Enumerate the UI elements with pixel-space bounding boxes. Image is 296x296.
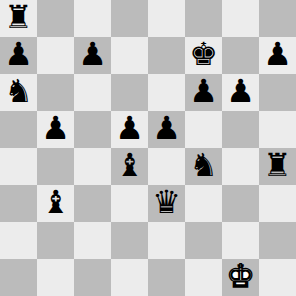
square-d2[interactable] [111, 222, 148, 259]
square-c8[interactable] [74, 0, 111, 37]
piece-black-rook[interactable]: ♜ [4, 0, 33, 36]
square-d6[interactable] [111, 74, 148, 111]
piece-black-knight[interactable]: ♞ [4, 73, 33, 110]
square-b7[interactable] [37, 37, 74, 74]
square-c2[interactable] [74, 222, 111, 259]
piece-black-queen[interactable]: ♛ [152, 184, 181, 221]
piece-black-bishop[interactable]: ♝ [115, 147, 144, 184]
square-g4[interactable] [222, 148, 259, 185]
piece-white-king[interactable]: ♚ [226, 258, 255, 295]
square-f4[interactable]: ♞ [185, 148, 222, 185]
square-d7[interactable] [111, 37, 148, 74]
square-e3[interactable]: ♛ [148, 185, 185, 222]
square-h5[interactable] [259, 111, 296, 148]
piece-black-pawn[interactable]: ♟ [115, 110, 144, 147]
square-g1[interactable]: ♚ [222, 259, 259, 296]
square-a3[interactable] [0, 185, 37, 222]
square-f7[interactable]: ♚ [185, 37, 222, 74]
square-f8[interactable] [185, 0, 222, 37]
piece-black-pawn[interactable]: ♟ [78, 36, 107, 73]
square-d4[interactable]: ♝ [111, 148, 148, 185]
square-a5[interactable] [0, 111, 37, 148]
piece-black-pawn[interactable]: ♟ [41, 110, 70, 147]
square-a4[interactable] [0, 148, 37, 185]
square-g8[interactable] [222, 0, 259, 37]
square-d5[interactable]: ♟ [111, 111, 148, 148]
square-h3[interactable] [259, 185, 296, 222]
piece-black-pawn[interactable]: ♟ [152, 110, 181, 147]
square-b1[interactable] [37, 259, 74, 296]
square-f5[interactable] [185, 111, 222, 148]
square-b3[interactable]: ♝ [37, 185, 74, 222]
square-h1[interactable] [259, 259, 296, 296]
square-g7[interactable] [222, 37, 259, 74]
square-g3[interactable] [222, 185, 259, 222]
square-e5[interactable]: ♟ [148, 111, 185, 148]
square-g6[interactable]: ♟ [222, 74, 259, 111]
square-g2[interactable] [222, 222, 259, 259]
square-c1[interactable] [74, 259, 111, 296]
square-e7[interactable] [148, 37, 185, 74]
square-d8[interactable] [111, 0, 148, 37]
square-a1[interactable] [0, 259, 37, 296]
square-c5[interactable] [74, 111, 111, 148]
square-e1[interactable] [148, 259, 185, 296]
square-e6[interactable] [148, 74, 185, 111]
square-f1[interactable] [185, 259, 222, 296]
square-h2[interactable] [259, 222, 296, 259]
piece-black-rook[interactable]: ♜ [263, 147, 292, 184]
square-e8[interactable] [148, 0, 185, 37]
square-h8[interactable] [259, 0, 296, 37]
piece-black-bishop[interactable]: ♝ [41, 184, 70, 221]
piece-black-pawn[interactable]: ♟ [4, 36, 33, 73]
square-b6[interactable] [37, 74, 74, 111]
square-f6[interactable]: ♟ [185, 74, 222, 111]
square-d1[interactable] [111, 259, 148, 296]
square-b4[interactable] [37, 148, 74, 185]
piece-black-pawn[interactable]: ♟ [226, 73, 255, 110]
square-b8[interactable] [37, 0, 74, 37]
square-b2[interactable] [37, 222, 74, 259]
chess-board: ♜♟♟♚♟♞♟♟♟♟♟♝♞♜♝♛♚ [0, 0, 296, 296]
square-h6[interactable] [259, 74, 296, 111]
square-g5[interactable] [222, 111, 259, 148]
square-d3[interactable] [111, 185, 148, 222]
square-e2[interactable] [148, 222, 185, 259]
square-c7[interactable]: ♟ [74, 37, 111, 74]
piece-black-pawn[interactable]: ♟ [189, 73, 218, 110]
piece-black-pawn[interactable]: ♟ [263, 36, 292, 73]
square-f3[interactable] [185, 185, 222, 222]
square-h7[interactable]: ♟ [259, 37, 296, 74]
square-e4[interactable] [148, 148, 185, 185]
square-f2[interactable] [185, 222, 222, 259]
piece-black-knight[interactable]: ♞ [189, 147, 218, 184]
square-a2[interactable] [0, 222, 37, 259]
square-a8[interactable]: ♜ [0, 0, 37, 37]
square-b5[interactable]: ♟ [37, 111, 74, 148]
piece-black-king[interactable]: ♚ [189, 36, 218, 73]
square-c4[interactable] [74, 148, 111, 185]
square-a7[interactable]: ♟ [0, 37, 37, 74]
square-h4[interactable]: ♜ [259, 148, 296, 185]
square-a6[interactable]: ♞ [0, 74, 37, 111]
square-c6[interactable] [74, 74, 111, 111]
square-c3[interactable] [74, 185, 111, 222]
